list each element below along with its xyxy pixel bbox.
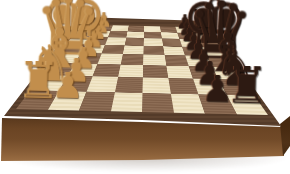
square-c3[interactable] [93,64,121,77]
square-d5[interactable] [143,55,166,66]
square-a1[interactable]: ♜ [16,90,59,110]
square-a5[interactable] [142,93,173,113]
square-c4[interactable] [118,64,143,77]
square-a3[interactable] [79,91,115,111]
piece-black-rook-a8[interactable]: ♜ [225,65,268,105]
square-b3[interactable] [87,76,118,92]
square-d3[interactable] [98,54,123,65]
square-a4[interactable] [111,92,143,112]
square-d4[interactable] [120,54,143,65]
piece-white-rook-a1[interactable]: ♜ [17,60,60,100]
square-b4[interactable] [115,77,143,93]
board-grid: ♜♟♟♜♞♟♟♞♝♟♟♝♚♟♟♚♛♟♟♛♝♟♟♝♞♟♟♞♜♟♟♜ [16,25,268,116]
square-c5[interactable] [143,65,168,78]
chess-set-photo: ♜♟♟♜♞♟♟♞♝♟♟♝♚♟♟♚♛♟♟♛♝♟♟♝♞♟♟♞♜♟♟♜ [0,0,290,174]
square-b5[interactable] [142,77,170,93]
